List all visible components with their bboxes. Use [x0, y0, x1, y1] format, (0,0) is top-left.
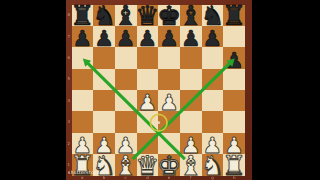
square-e2	[158, 133, 180, 154]
square-c1	[115, 154, 137, 175]
square-f3	[180, 111, 202, 132]
square-f2	[180, 133, 202, 154]
square-h1	[223, 154, 245, 175]
square-e3	[158, 111, 180, 132]
square-g7	[202, 26, 224, 47]
square-h6	[223, 47, 245, 68]
square-d7	[137, 26, 159, 47]
square-f1	[180, 154, 202, 175]
square-c8	[115, 5, 137, 26]
rank-label-6: 6	[66, 47, 72, 68]
square-d3	[137, 111, 159, 132]
square-b2	[93, 133, 115, 154]
square-f4	[180, 90, 202, 111]
square-c6	[115, 47, 137, 68]
board-squares	[72, 5, 246, 176]
square-g5	[202, 69, 224, 90]
square-b3	[93, 111, 115, 132]
square-g2	[202, 133, 224, 154]
square-b4	[93, 90, 115, 111]
square-e5	[158, 69, 180, 90]
square-g4	[202, 90, 224, 111]
chess-board[interactable]: ♜♞♝♛♚♝♞♜♟♟♟♟♟♟♟♟♟♟♟♟♟♟♟♟♜♞♝♛♚♝♞♜ shutter…	[66, 0, 252, 180]
square-b6	[93, 47, 115, 68]
square-g1	[202, 154, 224, 175]
square-h2	[223, 133, 245, 154]
square-a3	[72, 111, 94, 132]
square-b5	[93, 69, 115, 90]
square-d8	[137, 5, 159, 26]
square-a5	[72, 69, 94, 90]
square-f8	[180, 5, 202, 26]
square-a4	[72, 90, 94, 111]
square-e1	[158, 154, 180, 175]
square-h7	[223, 26, 245, 47]
square-h4	[223, 90, 245, 111]
square-a2	[72, 133, 94, 154]
square-f7	[180, 26, 202, 47]
square-e8	[158, 5, 180, 26]
file-label-g: g	[202, 176, 224, 180]
letterbox-right	[252, 0, 320, 180]
rank-label-2: 2	[66, 133, 72, 154]
square-f5	[180, 69, 202, 90]
square-g6	[202, 47, 224, 68]
square-c7	[115, 26, 137, 47]
file-label-h: h	[223, 176, 245, 180]
square-c2	[115, 133, 137, 154]
square-c4	[115, 90, 137, 111]
file-label-c: c	[115, 176, 137, 180]
square-b8	[93, 5, 115, 26]
file-label-d: d	[137, 176, 159, 180]
square-a7	[72, 26, 94, 47]
square-d4	[137, 90, 159, 111]
square-h8	[223, 5, 245, 26]
square-e7	[158, 26, 180, 47]
file-label-b: b	[93, 176, 115, 180]
file-label-f: f	[180, 176, 202, 180]
file-label-a: a	[72, 176, 94, 180]
square-a6	[72, 47, 94, 68]
square-d1	[137, 154, 159, 175]
square-g8	[202, 5, 224, 26]
square-c3	[115, 111, 137, 132]
rank-label-8: 8	[66, 5, 72, 26]
square-d5	[137, 69, 159, 90]
square-b7	[93, 26, 115, 47]
rank-label-7: 7	[66, 26, 72, 47]
file-label-e: e	[158, 176, 180, 180]
rank-label-3: 3	[66, 112, 72, 133]
rank-label-5: 5	[66, 69, 72, 90]
square-g3	[202, 111, 224, 132]
square-e4	[158, 90, 180, 111]
square-d6	[137, 47, 159, 68]
rank-label-4: 4	[66, 90, 72, 111]
letterbox-left	[0, 0, 66, 180]
square-c5	[115, 69, 137, 90]
square-e6	[158, 47, 180, 68]
square-a8	[72, 5, 94, 26]
video-frame: ♜♞♝♛♚♝♞♜♟♟♟♟♟♟♟♟♟♟♟♟♟♟♟♟♜♞♝♛♚♝♞♜ shutter…	[0, 0, 320, 180]
square-h5	[223, 69, 245, 90]
square-f6	[180, 47, 202, 68]
square-h3	[223, 111, 245, 132]
square-d2	[137, 133, 159, 154]
watermark-text: shutterstock	[68, 170, 100, 175]
